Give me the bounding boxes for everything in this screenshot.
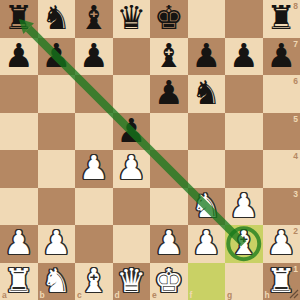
piece-black-pawn[interactable]: ♟ bbox=[191, 39, 221, 72]
square-a6[interactable] bbox=[0, 75, 38, 113]
piece-white-knight[interactable]: ♞ bbox=[191, 189, 221, 222]
coord-rank-4: 4 bbox=[293, 152, 298, 161]
square-d6[interactable] bbox=[113, 75, 151, 113]
square-e1[interactable]: ♚e bbox=[150, 263, 188, 300]
square-e4[interactable] bbox=[150, 150, 188, 188]
square-a2[interactable]: ♟ bbox=[0, 225, 38, 263]
coord-file-h: h bbox=[265, 291, 270, 300]
square-c4[interactable]: ♟ bbox=[75, 150, 113, 188]
coord-file-e: e bbox=[152, 291, 157, 300]
piece-white-pawn[interactable]: ♟ bbox=[116, 151, 146, 184]
square-h2[interactable]: ♟2 bbox=[263, 225, 301, 263]
square-h1[interactable]: ♜1h bbox=[263, 263, 301, 300]
square-a3[interactable] bbox=[0, 188, 38, 226]
square-g4[interactable] bbox=[225, 150, 263, 188]
piece-white-rook[interactable]: ♜ bbox=[4, 264, 34, 297]
square-e3[interactable] bbox=[150, 188, 188, 226]
piece-black-pawn[interactable]: ♟ bbox=[266, 39, 296, 72]
coord-file-c: c bbox=[77, 291, 82, 300]
square-d3[interactable] bbox=[113, 188, 151, 226]
coord-rank-5: 5 bbox=[293, 115, 298, 124]
piece-black-queen[interactable]: ♛ bbox=[116, 1, 146, 34]
piece-black-knight[interactable]: ♞ bbox=[41, 1, 71, 34]
square-e7[interactable]: ♝ bbox=[150, 38, 188, 76]
square-b4[interactable] bbox=[38, 150, 76, 188]
square-c7[interactable]: ♟ bbox=[75, 38, 113, 76]
square-c1[interactable]: ♝c bbox=[75, 263, 113, 300]
square-b1[interactable]: ♞b bbox=[38, 263, 76, 300]
chess-board: ♜♞♝♛♚♜8♟♟♟♝♟♟♟7♟♞6♟5♟♟4♞♟3♟♟♟♟♝♟2♜a♞b♝c♛… bbox=[0, 0, 300, 300]
square-c3[interactable] bbox=[75, 188, 113, 226]
square-f2[interactable]: ♟ bbox=[188, 225, 226, 263]
square-b8[interactable]: ♞ bbox=[38, 0, 76, 38]
square-f4[interactable] bbox=[188, 150, 226, 188]
board-resize-handle-icon[interactable] bbox=[289, 289, 299, 299]
piece-white-pawn[interactable]: ♟ bbox=[229, 189, 259, 222]
square-f3[interactable]: ♞ bbox=[188, 188, 226, 226]
coord-rank-2: 2 bbox=[293, 227, 298, 236]
piece-black-pawn[interactable]: ♟ bbox=[41, 39, 71, 72]
square-h6[interactable]: 6 bbox=[263, 75, 301, 113]
square-c5[interactable] bbox=[75, 113, 113, 151]
square-h4[interactable]: 4 bbox=[263, 150, 301, 188]
piece-black-knight[interactable]: ♞ bbox=[191, 76, 221, 109]
square-g8[interactable] bbox=[225, 0, 263, 38]
square-h8[interactable]: ♜8 bbox=[263, 0, 301, 38]
square-c8[interactable]: ♝ bbox=[75, 0, 113, 38]
square-b2[interactable]: ♟ bbox=[38, 225, 76, 263]
square-b3[interactable] bbox=[38, 188, 76, 226]
piece-white-bishop[interactable]: ♝ bbox=[229, 226, 259, 259]
coord-rank-8: 8 bbox=[293, 2, 298, 11]
square-g5[interactable] bbox=[225, 113, 263, 151]
coord-file-g: g bbox=[227, 291, 232, 300]
square-a7[interactable]: ♟ bbox=[0, 38, 38, 76]
square-g3[interactable]: ♟ bbox=[225, 188, 263, 226]
piece-white-queen[interactable]: ♛ bbox=[116, 264, 146, 297]
piece-white-pawn[interactable]: ♟ bbox=[4, 226, 34, 259]
piece-white-pawn[interactable]: ♟ bbox=[266, 226, 296, 259]
square-g6[interactable] bbox=[225, 75, 263, 113]
coord-file-f: f bbox=[190, 291, 193, 300]
square-d4[interactable]: ♟ bbox=[113, 150, 151, 188]
piece-black-bishop[interactable]: ♝ bbox=[154, 39, 184, 72]
piece-black-rook[interactable]: ♜ bbox=[4, 1, 34, 34]
square-d1[interactable]: ♛d bbox=[113, 263, 151, 300]
piece-white-bishop[interactable]: ♝ bbox=[79, 264, 109, 297]
square-f7[interactable]: ♟ bbox=[188, 38, 226, 76]
piece-black-bishop[interactable]: ♝ bbox=[79, 1, 109, 34]
square-e8[interactable]: ♚ bbox=[150, 0, 188, 38]
square-f6[interactable]: ♞ bbox=[188, 75, 226, 113]
piece-white-pawn[interactable]: ♟ bbox=[154, 226, 184, 259]
square-d5[interactable]: ♟ bbox=[113, 113, 151, 151]
square-d7[interactable] bbox=[113, 38, 151, 76]
piece-white-king[interactable]: ♚ bbox=[154, 264, 184, 297]
piece-black-pawn[interactable]: ♟ bbox=[116, 114, 146, 147]
square-c6[interactable] bbox=[75, 75, 113, 113]
piece-white-pawn[interactable]: ♟ bbox=[191, 226, 221, 259]
piece-white-pawn[interactable]: ♟ bbox=[79, 151, 109, 184]
piece-black-rook[interactable]: ♜ bbox=[266, 1, 296, 34]
square-b7[interactable]: ♟ bbox=[38, 38, 76, 76]
square-h7[interactable]: ♟7 bbox=[263, 38, 301, 76]
coord-rank-7: 7 bbox=[293, 40, 298, 49]
square-h5[interactable]: 5 bbox=[263, 113, 301, 151]
square-g7[interactable]: ♟ bbox=[225, 38, 263, 76]
square-a1[interactable]: ♜a bbox=[0, 263, 38, 300]
piece-black-pawn[interactable]: ♟ bbox=[4, 39, 34, 72]
coord-file-d: d bbox=[115, 291, 120, 300]
square-f5[interactable] bbox=[188, 113, 226, 151]
square-c2[interactable] bbox=[75, 225, 113, 263]
coord-file-a: a bbox=[2, 291, 7, 300]
square-a5[interactable] bbox=[0, 113, 38, 151]
square-b5[interactable] bbox=[38, 113, 76, 151]
piece-black-pawn[interactable]: ♟ bbox=[229, 39, 259, 72]
coord-rank-3: 3 bbox=[293, 190, 298, 199]
piece-black-king[interactable]: ♚ bbox=[154, 1, 184, 34]
piece-white-pawn[interactable]: ♟ bbox=[41, 226, 71, 259]
square-e6[interactable]: ♟ bbox=[150, 75, 188, 113]
square-f8[interactable] bbox=[188, 0, 226, 38]
square-e2[interactable]: ♟ bbox=[150, 225, 188, 263]
square-d2[interactable] bbox=[113, 225, 151, 263]
coord-rank-6: 6 bbox=[293, 77, 298, 86]
square-h3[interactable]: 3 bbox=[263, 188, 301, 226]
square-d8[interactable]: ♛ bbox=[113, 0, 151, 38]
square-f1[interactable]: f bbox=[188, 263, 226, 300]
square-g1[interactable]: g bbox=[225, 263, 263, 300]
square-a8[interactable]: ♜ bbox=[0, 0, 38, 38]
piece-black-pawn[interactable]: ♟ bbox=[79, 39, 109, 72]
square-b6[interactable] bbox=[38, 75, 76, 113]
square-e5[interactable] bbox=[150, 113, 188, 151]
coord-rank-1: 1 bbox=[293, 265, 298, 274]
square-g2[interactable]: ♝ bbox=[225, 225, 263, 263]
piece-black-pawn[interactable]: ♟ bbox=[154, 76, 184, 109]
coord-file-b: b bbox=[40, 291, 45, 300]
piece-white-knight[interactable]: ♞ bbox=[41, 264, 71, 297]
square-a4[interactable] bbox=[0, 150, 38, 188]
